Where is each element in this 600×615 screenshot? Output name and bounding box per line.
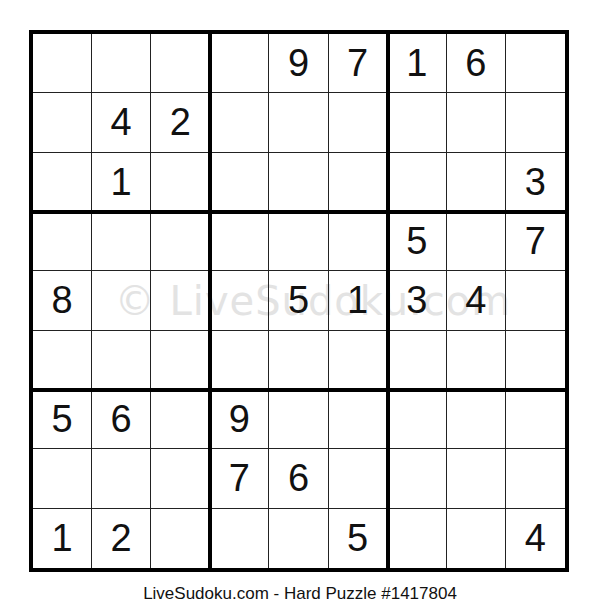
cell-r8c9[interactable] — [506, 449, 565, 508]
cell-r4c8[interactable] — [447, 212, 506, 271]
cell-r8c6[interactable] — [329, 449, 388, 508]
cell-r9c2[interactable]: 2 — [92, 509, 151, 568]
cell-r4c7[interactable]: 5 — [388, 212, 447, 271]
cell-r6c5[interactable] — [269, 331, 328, 390]
cell-r9c1[interactable]: 1 — [33, 509, 92, 568]
cell-r3c4[interactable] — [210, 153, 269, 212]
cell-r6c3[interactable] — [151, 331, 210, 390]
cell-r8c7[interactable] — [388, 449, 447, 508]
sudoku-grid: 971642135785134569761254 — [33, 34, 565, 568]
cell-r1c8[interactable]: 6 — [447, 34, 506, 93]
cell-r1c3[interactable] — [151, 34, 210, 93]
cell-r4c1[interactable] — [33, 212, 92, 271]
cell-r4c5[interactable] — [269, 212, 328, 271]
cell-r8c5[interactable]: 6 — [269, 449, 328, 508]
cell-r2c7[interactable] — [388, 93, 447, 152]
cell-r1c2[interactable] — [92, 34, 151, 93]
cell-r4c6[interactable] — [329, 212, 388, 271]
cell-r3c6[interactable] — [329, 153, 388, 212]
cell-r9c4[interactable] — [210, 509, 269, 568]
cell-r5c8[interactable]: 4 — [447, 271, 506, 330]
cell-r7c5[interactable] — [269, 390, 328, 449]
cell-r5c7[interactable]: 3 — [388, 271, 447, 330]
cell-r4c4[interactable] — [210, 212, 269, 271]
cell-r2c5[interactable] — [269, 93, 328, 152]
cell-r6c6[interactable] — [329, 331, 388, 390]
cell-r8c8[interactable] — [447, 449, 506, 508]
cell-r7c3[interactable] — [151, 390, 210, 449]
cell-r3c9[interactable]: 3 — [506, 153, 565, 212]
cell-r5c2[interactable] — [92, 271, 151, 330]
cell-r3c1[interactable] — [33, 153, 92, 212]
cell-r6c7[interactable] — [388, 331, 447, 390]
cell-r7c7[interactable] — [388, 390, 447, 449]
cell-r8c2[interactable] — [92, 449, 151, 508]
cell-r5c1[interactable]: 8 — [33, 271, 92, 330]
cell-r7c2[interactable]: 6 — [92, 390, 151, 449]
cell-r9c5[interactable] — [269, 509, 328, 568]
cell-r7c9[interactable] — [506, 390, 565, 449]
cell-r7c8[interactable] — [447, 390, 506, 449]
cell-r2c4[interactable] — [210, 93, 269, 152]
cell-r2c9[interactable] — [506, 93, 565, 152]
cell-r6c8[interactable] — [447, 331, 506, 390]
cell-r9c9[interactable]: 4 — [506, 509, 565, 568]
cell-r5c4[interactable] — [210, 271, 269, 330]
cell-r4c2[interactable] — [92, 212, 151, 271]
sudoku-board: © LiveSudoku.com 97164213578513456976125… — [29, 30, 569, 572]
cell-r3c2[interactable]: 1 — [92, 153, 151, 212]
cell-r5c3[interactable] — [151, 271, 210, 330]
cell-r2c2[interactable]: 4 — [92, 93, 151, 152]
cell-r8c3[interactable] — [151, 449, 210, 508]
cell-r5c9[interactable] — [506, 271, 565, 330]
cell-r9c7[interactable] — [388, 509, 447, 568]
cell-r8c4[interactable]: 7 — [210, 449, 269, 508]
cell-r4c9[interactable]: 7 — [506, 212, 565, 271]
cell-r1c7[interactable]: 1 — [388, 34, 447, 93]
cell-r5c5[interactable]: 5 — [269, 271, 328, 330]
cell-r3c3[interactable] — [151, 153, 210, 212]
cell-r9c6[interactable]: 5 — [329, 509, 388, 568]
cell-r9c3[interactable] — [151, 509, 210, 568]
cell-r7c6[interactable] — [329, 390, 388, 449]
cell-r2c3[interactable]: 2 — [151, 93, 210, 152]
cell-r5c6[interactable]: 1 — [329, 271, 388, 330]
sudoku-page: © LiveSudoku.com 97164213578513456976125… — [0, 0, 600, 615]
cell-r6c4[interactable] — [210, 331, 269, 390]
cell-r8c1[interactable] — [33, 449, 92, 508]
cell-r4c3[interactable] — [151, 212, 210, 271]
cell-r9c8[interactable] — [447, 509, 506, 568]
puzzle-caption: LiveSudoku.com - Hard Puzzle #1417804 — [0, 584, 600, 604]
cell-r3c8[interactable] — [447, 153, 506, 212]
cell-r1c4[interactable] — [210, 34, 269, 93]
cell-r7c1[interactable]: 5 — [33, 390, 92, 449]
cell-r3c7[interactable] — [388, 153, 447, 212]
cell-r1c5[interactable]: 9 — [269, 34, 328, 93]
cell-r2c1[interactable] — [33, 93, 92, 152]
cell-r6c2[interactable] — [92, 331, 151, 390]
cell-r7c4[interactable]: 9 — [210, 390, 269, 449]
cell-r6c9[interactable] — [506, 331, 565, 390]
cell-r1c9[interactable] — [506, 34, 565, 93]
cell-r1c6[interactable]: 7 — [329, 34, 388, 93]
cell-r6c1[interactable] — [33, 331, 92, 390]
cell-r2c8[interactable] — [447, 93, 506, 152]
cell-r2c6[interactable] — [329, 93, 388, 152]
cell-r1c1[interactable] — [33, 34, 92, 93]
cell-r3c5[interactable] — [269, 153, 328, 212]
